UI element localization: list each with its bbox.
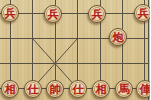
red-elephant[interactable]: 相 [1,80,19,98]
red-advisor-face: 仕 [26,82,40,96]
red-advisor[interactable]: 仕 [24,80,42,98]
red-advisor-glyph: 仕 [73,83,84,94]
red-soldier-glyph: 兵 [5,7,16,18]
red-horse-face: 馬 [117,82,131,96]
xiangqi-game-screen: 兵兵兵兵炮相仕帥仕相馬俥 [0,0,150,100]
red-chariot-face: 俥 [138,82,150,96]
red-soldier-face: 兵 [3,6,17,20]
red-elephant-glyph: 相 [96,83,107,94]
red-soldier-face: 兵 [90,7,104,21]
red-elephant-face: 相 [3,82,17,96]
red-cannon[interactable]: 炮 [109,28,127,46]
red-chariot[interactable]: 俥 [136,80,150,98]
red-soldier[interactable]: 兵 [88,5,106,23]
red-horse[interactable]: 馬 [115,80,133,98]
red-soldier-glyph: 兵 [48,8,59,19]
red-soldier-glyph: 兵 [138,7,149,18]
red-soldier-face: 兵 [46,7,60,21]
red-advisor[interactable]: 仕 [69,80,87,98]
red-elephant-glyph: 相 [5,83,16,94]
red-chariot-glyph: 俥 [140,83,151,94]
xiangqi-board[interactable]: 兵兵兵兵炮相仕帥仕相馬俥 [0,0,150,100]
red-elephant-face: 相 [94,82,108,96]
red-general[interactable]: 帥 [46,80,64,98]
red-horse-glyph: 馬 [119,83,130,94]
red-cannon-glyph: 炮 [113,31,124,42]
red-general-glyph: 帥 [50,83,61,94]
red-general-face: 帥 [48,82,62,96]
red-soldier[interactable]: 兵 [44,5,62,23]
red-advisor-glyph: 仕 [28,83,39,94]
red-soldier-glyph: 兵 [92,8,103,19]
red-elephant[interactable]: 相 [92,80,110,98]
red-advisor-face: 仕 [71,82,85,96]
red-soldier[interactable]: 兵 [1,4,19,22]
red-cannon-face: 炮 [111,30,125,44]
red-soldier-face: 兵 [136,6,150,20]
red-soldier[interactable]: 兵 [134,4,150,22]
